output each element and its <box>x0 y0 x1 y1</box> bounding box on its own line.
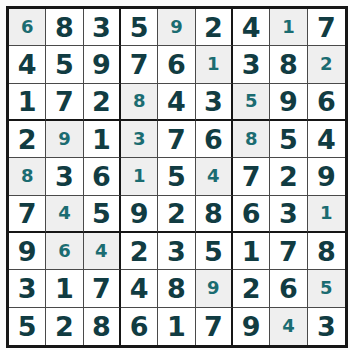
sudoku-cell-r4c7[interactable]: 8 <box>233 121 270 158</box>
sudoku-cell-r2c4[interactable]: 7 <box>121 46 158 83</box>
sudoku-cell-r8c8[interactable]: 6 <box>270 270 307 307</box>
sudoku-cell-r7c3[interactable]: 4 <box>84 233 121 270</box>
sudoku-cell-r1c1[interactable]: 6 <box>9 9 46 46</box>
sudoku-cell-r1c4[interactable]: 5 <box>121 9 158 46</box>
sudoku-cell-r5c1[interactable]: 8 <box>9 158 46 195</box>
sudoku-cell-r6c5[interactable]: 2 <box>158 196 195 233</box>
sudoku-cell-r1c2[interactable]: 8 <box>46 9 83 46</box>
sudoku-cell-r6c7[interactable]: 6 <box>233 196 270 233</box>
sudoku-cell-r5c4[interactable]: 1 <box>121 158 158 195</box>
sudoku-cell-r3c4[interactable]: 8 <box>121 84 158 121</box>
sudoku-cell-r9c6[interactable]: 7 <box>196 308 233 345</box>
sudoku-cell-r4c5[interactable]: 7 <box>158 121 195 158</box>
sudoku-cell-r4c8[interactable]: 5 <box>270 121 307 158</box>
sudoku-cell-r7c6[interactable]: 5 <box>196 233 233 270</box>
sudoku-cell-r3c1[interactable]: 1 <box>9 84 46 121</box>
sudoku-cell-r8c9[interactable]: 5 <box>308 270 345 307</box>
sudoku-cell-r4c3[interactable]: 1 <box>84 121 121 158</box>
sudoku-cell-r1c3[interactable]: 3 <box>84 9 121 46</box>
sudoku-cell-r2c5[interactable]: 6 <box>158 46 195 83</box>
sudoku-cell-r6c6[interactable]: 8 <box>196 196 233 233</box>
sudoku-cell-r5c8[interactable]: 2 <box>270 158 307 195</box>
sudoku-cell-r9c3[interactable]: 8 <box>84 308 121 345</box>
sudoku-cell-r4c2[interactable]: 9 <box>46 121 83 158</box>
sudoku-cell-r9c9[interactable]: 3 <box>308 308 345 345</box>
sudoku-cell-r9c2[interactable]: 2 <box>46 308 83 345</box>
sudoku-cell-r4c4[interactable]: 3 <box>121 121 158 158</box>
sudoku-cell-r8c1[interactable]: 3 <box>9 270 46 307</box>
sudoku-cell-r2c6[interactable]: 1 <box>196 46 233 83</box>
sudoku-cell-r9c8[interactable]: 4 <box>270 308 307 345</box>
sudoku-cell-r2c3[interactable]: 9 <box>84 46 121 83</box>
sudoku-cell-r2c9[interactable]: 2 <box>308 46 345 83</box>
sudoku-cell-r2c8[interactable]: 8 <box>270 46 307 83</box>
sudoku-cell-r3c6[interactable]: 3 <box>196 84 233 121</box>
sudoku-cell-r2c2[interactable]: 5 <box>46 46 83 83</box>
sudoku-cell-r7c4[interactable]: 2 <box>121 233 158 270</box>
sudoku-cell-r6c4[interactable]: 9 <box>121 196 158 233</box>
sudoku-cell-r3c7[interactable]: 5 <box>233 84 270 121</box>
sudoku-cell-r7c2[interactable]: 6 <box>46 233 83 270</box>
sudoku-cell-r7c8[interactable]: 7 <box>270 233 307 270</box>
sudoku-cell-r8c7[interactable]: 2 <box>233 270 270 307</box>
sudoku-cell-r3c3[interactable]: 2 <box>84 84 121 121</box>
sudoku-cell-r6c3[interactable]: 5 <box>84 196 121 233</box>
sudoku-cell-r3c5[interactable]: 4 <box>158 84 195 121</box>
sudoku-cell-r7c1[interactable]: 9 <box>9 233 46 270</box>
sudoku-cell-r7c5[interactable]: 3 <box>158 233 195 270</box>
sudoku-cell-r1c9[interactable]: 7 <box>308 9 345 46</box>
sudoku-cell-r9c4[interactable]: 6 <box>121 308 158 345</box>
sudoku-cell-r4c6[interactable]: 6 <box>196 121 233 158</box>
sudoku-cell-r5c3[interactable]: 6 <box>84 158 121 195</box>
sudoku-cell-r8c3[interactable]: 7 <box>84 270 121 307</box>
sudoku-cell-r9c5[interactable]: 1 <box>158 308 195 345</box>
sudoku-cell-r6c9[interactable]: 1 <box>308 196 345 233</box>
sudoku-cell-r8c5[interactable]: 8 <box>158 270 195 307</box>
sudoku-cell-r3c2[interactable]: 7 <box>46 84 83 121</box>
sudoku-cell-r5c9[interactable]: 9 <box>308 158 345 195</box>
sudoku-cell-r3c8[interactable]: 9 <box>270 84 307 121</box>
sudoku-cell-r5c2[interactable]: 3 <box>46 158 83 195</box>
sudoku-cell-r8c2[interactable]: 1 <box>46 270 83 307</box>
sudoku-board: 6835924174597613821728435962913768548361… <box>6 6 348 348</box>
sudoku-cell-r1c8[interactable]: 1 <box>270 9 307 46</box>
sudoku-cell-r6c8[interactable]: 3 <box>270 196 307 233</box>
sudoku-cell-r2c1[interactable]: 4 <box>9 46 46 83</box>
sudoku-cell-r1c6[interactable]: 2 <box>196 9 233 46</box>
sudoku-cell-r9c7[interactable]: 9 <box>233 308 270 345</box>
sudoku-cell-r2c7[interactable]: 3 <box>233 46 270 83</box>
sudoku-cell-r5c5[interactable]: 5 <box>158 158 195 195</box>
sudoku-cell-r1c5[interactable]: 9 <box>158 9 195 46</box>
sudoku-cell-r7c9[interactable]: 8 <box>308 233 345 270</box>
sudoku-cell-r6c2[interactable]: 4 <box>46 196 83 233</box>
sudoku-cell-r4c1[interactable]: 2 <box>9 121 46 158</box>
sudoku-cell-r9c1[interactable]: 5 <box>9 308 46 345</box>
sudoku-cell-r3c9[interactable]: 6 <box>308 84 345 121</box>
sudoku-cell-r1c7[interactable]: 4 <box>233 9 270 46</box>
sudoku-cell-r5c6[interactable]: 4 <box>196 158 233 195</box>
sudoku-cell-r5c7[interactable]: 7 <box>233 158 270 195</box>
sudoku-cell-r4c9[interactable]: 4 <box>308 121 345 158</box>
sudoku-cell-r7c7[interactable]: 1 <box>233 233 270 270</box>
sudoku-cell-r6c1[interactable]: 7 <box>9 196 46 233</box>
sudoku-cell-r8c4[interactable]: 4 <box>121 270 158 307</box>
sudoku-cell-r8c6[interactable]: 9 <box>196 270 233 307</box>
